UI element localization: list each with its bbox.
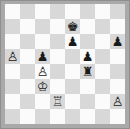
square-g8[interactable] bbox=[95, 4, 110, 19]
square-c5[interactable]: ♟ bbox=[35, 49, 50, 64]
white-pawn[interactable]: ♙ bbox=[7, 49, 19, 64]
square-d5[interactable] bbox=[50, 49, 65, 64]
square-b3[interactable] bbox=[20, 79, 35, 94]
square-d1[interactable] bbox=[50, 109, 65, 124]
black-pawn[interactable]: ♟ bbox=[37, 49, 49, 64]
square-b8[interactable] bbox=[20, 4, 35, 19]
square-c8[interactable] bbox=[35, 4, 50, 19]
square-d3[interactable] bbox=[50, 79, 65, 94]
square-a2[interactable] bbox=[5, 94, 20, 109]
square-c7[interactable] bbox=[35, 19, 50, 34]
square-h5[interactable] bbox=[110, 49, 125, 64]
square-c1[interactable] bbox=[35, 109, 50, 124]
square-h6[interactable]: ♟ bbox=[110, 34, 125, 49]
square-b4[interactable] bbox=[20, 64, 35, 79]
black-king[interactable]: ♚ bbox=[67, 19, 79, 34]
square-h3[interactable] bbox=[110, 79, 125, 94]
square-a5[interactable]: ♙ bbox=[5, 49, 20, 64]
square-g5[interactable] bbox=[95, 49, 110, 64]
white-pawn[interactable]: ♙ bbox=[112, 94, 124, 109]
square-g2[interactable] bbox=[95, 94, 110, 109]
square-b6[interactable] bbox=[20, 34, 35, 49]
square-h2[interactable]: ♙ bbox=[110, 94, 125, 109]
square-a3[interactable] bbox=[5, 79, 20, 94]
square-f1[interactable] bbox=[80, 109, 95, 124]
square-b7[interactable] bbox=[20, 19, 35, 34]
square-e7[interactable]: ♚ bbox=[65, 19, 80, 34]
square-h7[interactable] bbox=[110, 19, 125, 34]
square-e2[interactable] bbox=[65, 94, 80, 109]
white-rook[interactable]: ♖ bbox=[52, 94, 64, 109]
white-pawn[interactable]: ♙ bbox=[37, 64, 49, 79]
square-g4[interactable] bbox=[95, 64, 110, 79]
white-king[interactable]: ♔ bbox=[37, 79, 49, 94]
square-c6[interactable] bbox=[35, 34, 50, 49]
square-c2[interactable] bbox=[35, 94, 50, 109]
square-f4[interactable]: ♜ bbox=[80, 64, 95, 79]
square-d8[interactable] bbox=[50, 4, 65, 19]
black-pawn[interactable]: ♟ bbox=[82, 49, 94, 64]
square-a8[interactable] bbox=[5, 4, 20, 19]
square-a4[interactable] bbox=[5, 64, 20, 79]
square-f8[interactable] bbox=[80, 4, 95, 19]
square-d4[interactable] bbox=[50, 64, 65, 79]
square-d2[interactable]: ♖ bbox=[50, 94, 65, 109]
square-f2[interactable] bbox=[80, 94, 95, 109]
black-pawn[interactable]: ♟ bbox=[67, 34, 79, 49]
square-f7[interactable] bbox=[80, 19, 95, 34]
black-pawn[interactable]: ♟ bbox=[112, 34, 124, 49]
chess-board-frame: ♚♟♟♙♟♟♙♜♔♖♙ bbox=[0, 0, 130, 129]
square-e6[interactable]: ♟ bbox=[65, 34, 80, 49]
square-e5[interactable] bbox=[65, 49, 80, 64]
square-a7[interactable] bbox=[5, 19, 20, 34]
square-d6[interactable] bbox=[50, 34, 65, 49]
square-b2[interactable] bbox=[20, 94, 35, 109]
square-h8[interactable] bbox=[110, 4, 125, 19]
square-g7[interactable] bbox=[95, 19, 110, 34]
square-c3[interactable]: ♔ bbox=[35, 79, 50, 94]
square-c4[interactable]: ♙ bbox=[35, 64, 50, 79]
square-a6[interactable] bbox=[5, 34, 20, 49]
square-g3[interactable] bbox=[95, 79, 110, 94]
square-e1[interactable] bbox=[65, 109, 80, 124]
black-rook[interactable]: ♜ bbox=[82, 64, 94, 79]
square-d7[interactable] bbox=[50, 19, 65, 34]
square-g6[interactable] bbox=[95, 34, 110, 49]
square-b5[interactable] bbox=[20, 49, 35, 64]
square-b1[interactable] bbox=[20, 109, 35, 124]
square-f3[interactable] bbox=[80, 79, 95, 94]
square-g1[interactable] bbox=[95, 109, 110, 124]
chess-board: ♚♟♟♙♟♟♙♜♔♖♙ bbox=[5, 4, 125, 124]
square-a1[interactable] bbox=[5, 109, 20, 124]
square-h1[interactable] bbox=[110, 109, 125, 124]
square-e3[interactable] bbox=[65, 79, 80, 94]
square-f6[interactable] bbox=[80, 34, 95, 49]
square-e4[interactable] bbox=[65, 64, 80, 79]
square-e8[interactable] bbox=[65, 4, 80, 19]
square-h4[interactable] bbox=[110, 64, 125, 79]
square-f5[interactable]: ♟ bbox=[80, 49, 95, 64]
